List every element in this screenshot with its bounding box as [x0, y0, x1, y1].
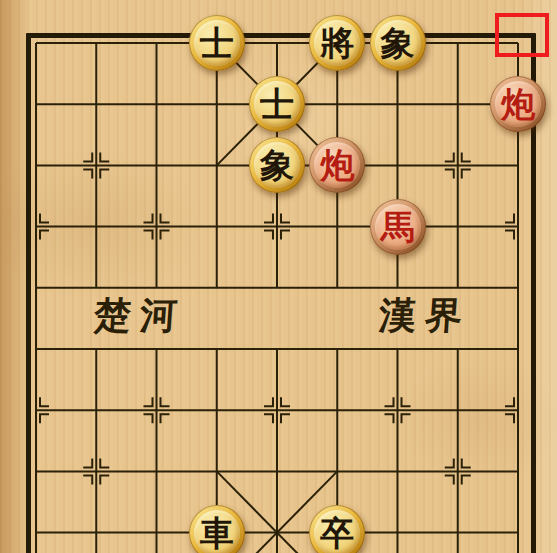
river-label-left: 楚河 [93, 297, 188, 334]
piece-glyph: 炮 [501, 88, 535, 122]
piece-face: 士 [254, 81, 300, 127]
piece-black-general[interactable]: 將 [309, 15, 365, 71]
piece-face: 象 [254, 142, 300, 188]
piece-face: 卒 [314, 510, 360, 553]
piece-face: 馬 [375, 204, 421, 250]
piece-face: 炮 [495, 81, 541, 127]
piece-glyph: 卒 [320, 517, 354, 551]
piece-face: 士 [194, 20, 240, 66]
piece-glyph: 炮 [320, 149, 354, 183]
piece-face: 炮 [314, 142, 360, 188]
piece-face: 車 [194, 510, 240, 553]
piece-black-elephant[interactable]: 象 [370, 15, 426, 71]
piece-black-advisor[interactable]: 士 [249, 76, 305, 132]
piece-face: 象 [375, 20, 421, 66]
piece-face: 將 [314, 20, 360, 66]
piece-red-horse[interactable]: 馬 [370, 199, 426, 255]
piece-glyph: 士 [200, 27, 234, 61]
piece-black-elephant[interactable]: 象 [249, 137, 305, 193]
piece-glyph: 車 [200, 517, 234, 551]
piece-glyph: 將 [320, 27, 354, 61]
piece-red-cannon[interactable]: 炮 [490, 76, 546, 132]
piece-glyph: 象 [260, 149, 294, 183]
last-move-highlight [495, 13, 549, 57]
piece-glyph: 士 [260, 88, 294, 122]
river-label-right: 漢界 [378, 297, 473, 334]
piece-glyph: 象 [381, 27, 415, 61]
piece-black-advisor[interactable]: 士 [189, 15, 245, 71]
xiangqi-board[interactable]: 楚河 漢界 士將象士炮象炮馬車卒 [0, 0, 557, 553]
piece-black-chariot[interactable]: 車 [189, 505, 245, 553]
piece-glyph: 馬 [381, 211, 415, 245]
